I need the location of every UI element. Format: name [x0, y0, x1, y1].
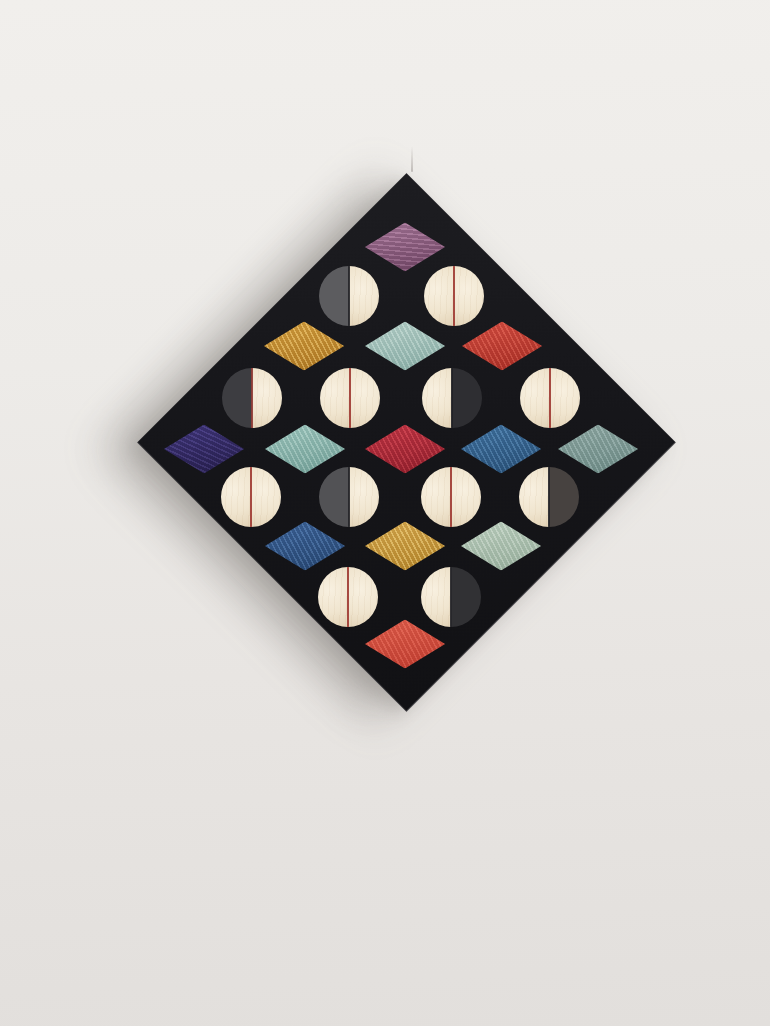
- right-half-cream: [451, 467, 481, 527]
- wood-grain-texture: [164, 425, 244, 474]
- right-half-dark: [452, 368, 482, 428]
- wood-grain-texture: [365, 322, 445, 371]
- left-half-dark: [319, 266, 349, 326]
- diamond-cell-red: [462, 322, 542, 371]
- circle-cell-full-cream: [318, 567, 378, 627]
- wood-grain-texture: [265, 425, 345, 474]
- wood-grain-texture: [365, 522, 445, 571]
- wall: [0, 0, 770, 1026]
- seam-line: [348, 266, 350, 326]
- diamond-cell-golden-ochre: [365, 522, 445, 571]
- circle-cell-full-cream: [221, 467, 281, 527]
- seam-line: [450, 567, 452, 627]
- circle-cell-half-left-gray: [319, 266, 379, 326]
- circle-cell-half-left-dark: [222, 368, 282, 428]
- seam-line: [451, 368, 453, 428]
- right-half-cream: [550, 368, 580, 428]
- wood-grain-texture: [365, 223, 445, 272]
- right-half-cream: [348, 567, 378, 627]
- right-half-dark: [451, 567, 481, 627]
- seam-line: [251, 368, 253, 428]
- right-half-cream: [349, 266, 379, 326]
- wood-grain-texture: [365, 425, 445, 474]
- left-half-dark: [222, 368, 252, 428]
- diamond-cell-coral-red: [365, 620, 445, 669]
- circle-cell-half-right-brown: [519, 467, 579, 527]
- circle-cell-full-cream: [424, 266, 484, 326]
- diamond-cell-denim-blue: [265, 522, 345, 571]
- diamond-cell-mauve: [365, 223, 445, 272]
- right-half-cream: [349, 467, 379, 527]
- seam-line: [250, 467, 252, 527]
- diamond-cell-indigo: [164, 425, 244, 474]
- wood-grain-texture: [461, 522, 541, 571]
- left-half-cream: [421, 567, 451, 627]
- right-half-cream: [251, 467, 281, 527]
- right-half-dark: [549, 467, 579, 527]
- left-half-cream: [318, 567, 348, 627]
- pattern-layer: [0, 0, 770, 1026]
- seam-line: [549, 368, 551, 428]
- left-half-cream: [421, 467, 451, 527]
- right-half-cream: [252, 368, 282, 428]
- left-half-cream: [422, 368, 452, 428]
- seam-line: [347, 567, 349, 627]
- wood-grain-texture: [558, 425, 638, 474]
- left-half-cream: [520, 368, 550, 428]
- wood-grain-texture: [461, 425, 541, 474]
- left-half-cream: [320, 368, 350, 428]
- seam-line: [349, 368, 351, 428]
- circle-cell-half-right-dark: [421, 567, 481, 627]
- diamond-cell-ochre: [264, 322, 344, 371]
- left-half-dark: [319, 467, 349, 527]
- right-half-cream: [350, 368, 380, 428]
- seam-line: [348, 467, 350, 527]
- wood-grain-texture: [365, 620, 445, 669]
- circle-cell-half-right-dark: [422, 368, 482, 428]
- left-half-cream: [221, 467, 251, 527]
- left-half-cream: [424, 266, 454, 326]
- left-half-cream: [519, 467, 549, 527]
- seam-line: [548, 467, 550, 527]
- diamond-cell-seafoam: [265, 425, 345, 474]
- right-half-cream: [454, 266, 484, 326]
- seam-line: [450, 467, 452, 527]
- diamond-cell-crimson: [365, 425, 445, 474]
- seam-line: [453, 266, 455, 326]
- diamond-cell-gray-teal: [558, 425, 638, 474]
- wood-grain-texture: [265, 522, 345, 571]
- circle-cell-full-cream: [320, 368, 380, 428]
- circle-cell-half-left-gray: [319, 467, 379, 527]
- circle-cell-full-cream: [520, 368, 580, 428]
- diamond-cell-pale-green: [461, 522, 541, 571]
- wood-grain-texture: [264, 322, 344, 371]
- wood-grain-texture: [462, 322, 542, 371]
- circle-cell-full-cream: [421, 467, 481, 527]
- diamond-cell-steel-blue: [461, 425, 541, 474]
- diamond-cell-light-teal: [365, 322, 445, 371]
